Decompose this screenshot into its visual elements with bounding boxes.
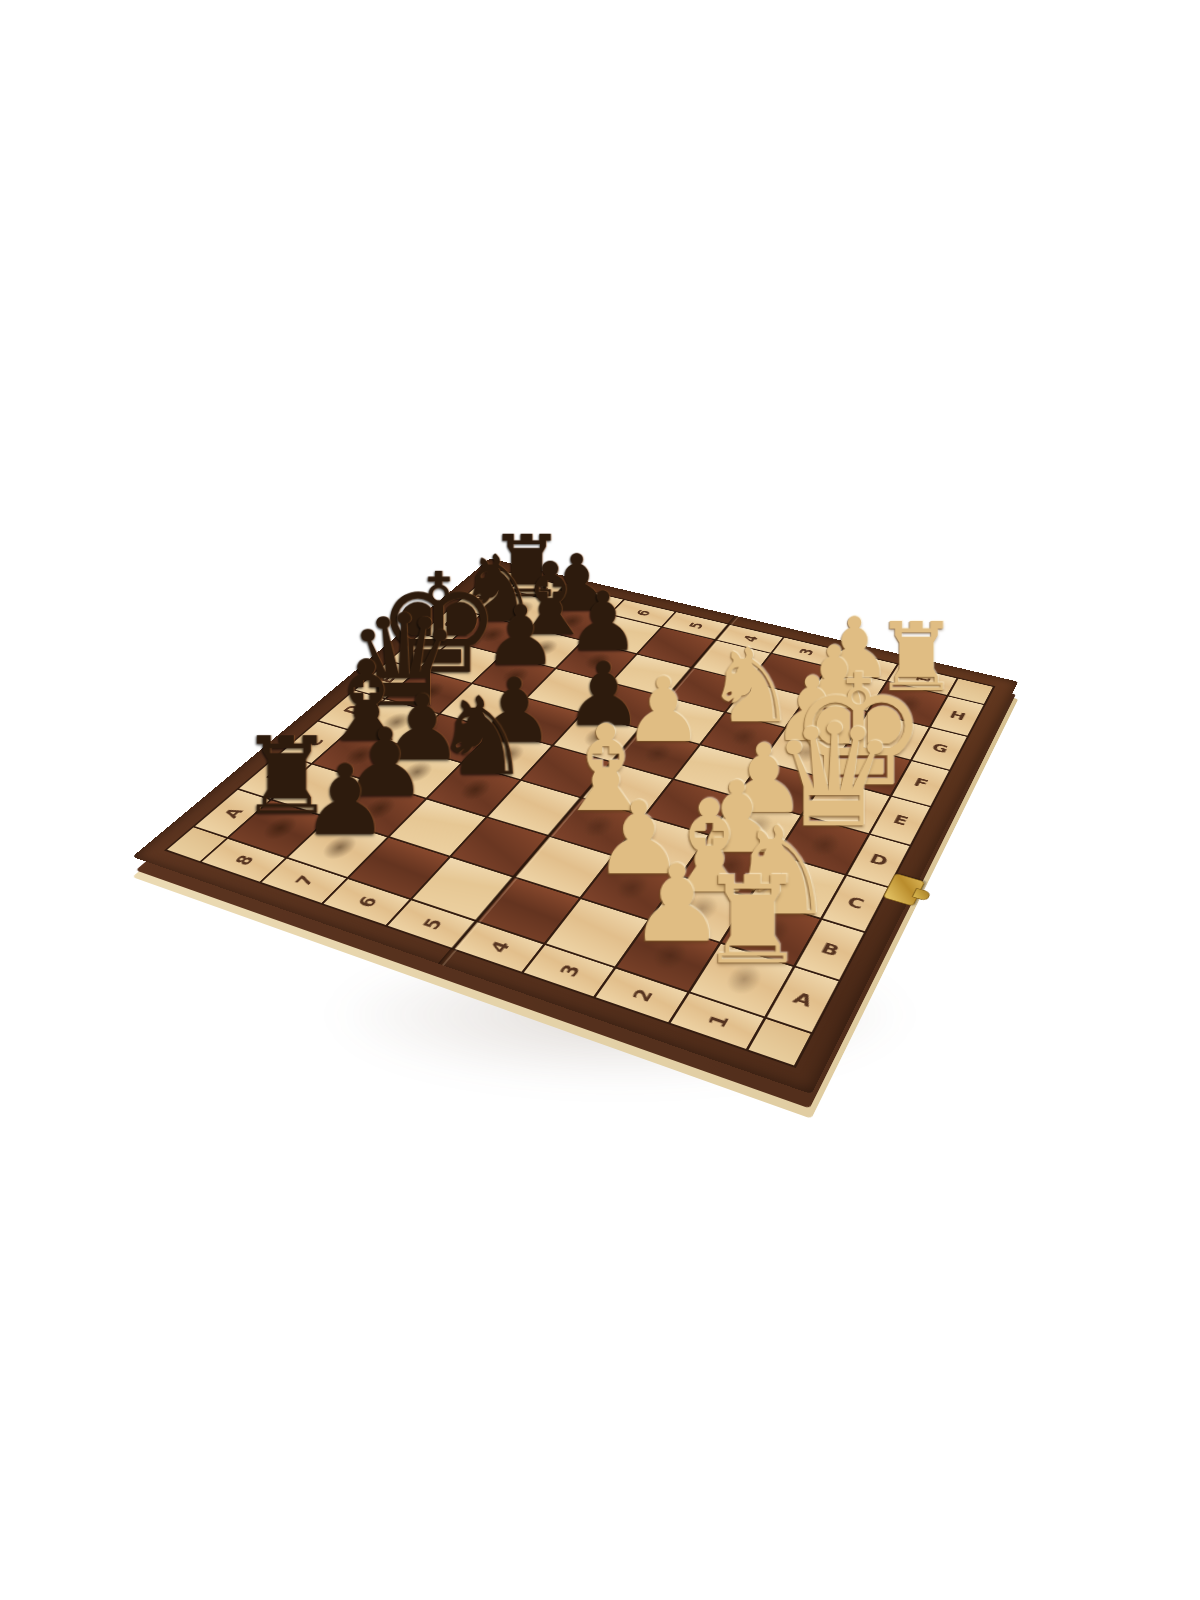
corner-bottom-left bbox=[749, 1019, 811, 1066]
white-rook-a1[interactable]: ♜ bbox=[648, 861, 854, 982]
product-photo-scene: ABCDEFGH8877665544332211ABCDEFGH♜♞♛♚♜♟♝♟… bbox=[0, 0, 1200, 1600]
black-pawn-a7[interactable]: ♟ bbox=[253, 752, 437, 849]
